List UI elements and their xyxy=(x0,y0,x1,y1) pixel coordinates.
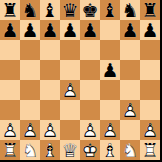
square-b7[interactable]: ♟ xyxy=(20,20,40,40)
piece-black-knight[interactable]: ♞ xyxy=(120,0,140,20)
piece-white-pawn[interactable]: ♟♙ xyxy=(100,120,120,140)
piece-white-queen[interactable]: ♛♕ xyxy=(60,140,80,160)
square-b1[interactable]: ♞♘ xyxy=(20,140,40,160)
piece-white-pawn[interactable]: ♟♙ xyxy=(40,120,60,140)
piece-white-knight[interactable]: ♞♘ xyxy=(20,140,40,160)
white-rook-outline-glyph: ♖ xyxy=(0,140,20,160)
square-c3[interactable] xyxy=(40,100,60,120)
piece-white-pawn[interactable]: ♟♙ xyxy=(60,80,80,100)
white-king-outline-glyph: ♔ xyxy=(80,140,100,160)
piece-white-pawn[interactable]: ♟♙ xyxy=(120,100,140,120)
chess-board: ♜♞♝♛♚♝♞♜♟♟♟♟♟♟♟♟♟♙♟♙♟♙♟♙♟♙♟♙♟♙♟♙♜♖♞♘♝♗♛♕… xyxy=(0,0,160,160)
piece-black-pawn[interactable]: ♟ xyxy=(0,20,20,40)
square-f4[interactable] xyxy=(100,80,120,100)
piece-black-pawn[interactable]: ♟ xyxy=(100,60,120,80)
black-rook-fill-glyph: ♜ xyxy=(140,0,160,20)
black-king-fill-glyph: ♚ xyxy=(80,0,100,20)
white-pawn-outline-glyph: ♙ xyxy=(80,120,100,140)
black-queen-fill-glyph: ♛ xyxy=(60,0,80,20)
square-f6[interactable] xyxy=(100,40,120,60)
piece-black-pawn[interactable]: ♟ xyxy=(20,20,40,40)
square-g5[interactable] xyxy=(120,60,140,80)
black-pawn-fill-glyph: ♟ xyxy=(120,20,140,40)
piece-white-knight[interactable]: ♞♘ xyxy=(120,140,140,160)
square-e5[interactable] xyxy=(80,60,100,80)
square-g8[interactable]: ♞ xyxy=(120,0,140,20)
piece-black-bishop[interactable]: ♝ xyxy=(40,0,60,20)
square-a6[interactable] xyxy=(0,40,20,60)
square-f7[interactable] xyxy=(100,20,120,40)
black-knight-fill-glyph: ♞ xyxy=(120,0,140,20)
piece-black-knight[interactable]: ♞ xyxy=(20,0,40,20)
square-h5[interactable] xyxy=(140,60,160,80)
square-e4[interactable] xyxy=(80,80,100,100)
square-e3[interactable] xyxy=(80,100,100,120)
square-f3[interactable] xyxy=(100,100,120,120)
square-g2[interactable] xyxy=(120,120,140,140)
white-pawn-outline-glyph: ♙ xyxy=(60,80,80,100)
black-pawn-fill-glyph: ♟ xyxy=(140,20,160,40)
square-c7[interactable]: ♟ xyxy=(40,20,60,40)
black-knight-fill-glyph: ♞ xyxy=(20,0,40,20)
black-pawn-fill-glyph: ♟ xyxy=(0,20,20,40)
square-h2[interactable]: ♟♙ xyxy=(140,120,160,140)
piece-black-bishop[interactable]: ♝ xyxy=(100,0,120,20)
square-b4[interactable] xyxy=(20,80,40,100)
piece-black-pawn[interactable]: ♟ xyxy=(60,20,80,40)
piece-black-rook[interactable]: ♜ xyxy=(140,0,160,20)
black-pawn-fill-glyph: ♟ xyxy=(100,60,120,80)
square-e2[interactable]: ♟♙ xyxy=(80,120,100,140)
board-frame: ♜♞♝♛♚♝♞♜♟♟♟♟♟♟♟♟♟♙♟♙♟♙♟♙♟♙♟♙♟♙♟♙♜♖♞♘♝♗♛♕… xyxy=(0,0,162,162)
white-queen-outline-glyph: ♕ xyxy=(60,140,80,160)
piece-black-pawn[interactable]: ♟ xyxy=(120,20,140,40)
square-c4[interactable] xyxy=(40,80,60,100)
piece-black-pawn[interactable]: ♟ xyxy=(80,20,100,40)
square-e6[interactable] xyxy=(80,40,100,60)
white-bishop-outline-glyph: ♗ xyxy=(100,140,120,160)
black-pawn-fill-glyph: ♟ xyxy=(60,20,80,40)
piece-white-rook[interactable]: ♜♖ xyxy=(0,140,20,160)
square-g3[interactable]: ♟♙ xyxy=(120,100,140,120)
white-pawn-outline-glyph: ♙ xyxy=(140,120,160,140)
square-h4[interactable] xyxy=(140,80,160,100)
square-c8[interactable]: ♝ xyxy=(40,0,60,20)
square-b3[interactable] xyxy=(20,100,40,120)
square-d3[interactable] xyxy=(60,100,80,120)
white-bishop-outline-glyph: ♗ xyxy=(40,140,60,160)
white-knight-outline-glyph: ♘ xyxy=(120,140,140,160)
square-a7[interactable]: ♟ xyxy=(0,20,20,40)
piece-white-bishop[interactable]: ♝♗ xyxy=(40,140,60,160)
square-c2[interactable]: ♟♙ xyxy=(40,120,60,140)
square-a8[interactable]: ♜ xyxy=(0,0,20,20)
piece-black-rook[interactable]: ♜ xyxy=(0,0,20,20)
square-a4[interactable] xyxy=(0,80,20,100)
square-d7[interactable]: ♟ xyxy=(60,20,80,40)
white-knight-outline-glyph: ♘ xyxy=(20,140,40,160)
black-rook-fill-glyph: ♜ xyxy=(0,0,20,20)
square-g6[interactable] xyxy=(120,40,140,60)
piece-white-pawn[interactable]: ♟♙ xyxy=(20,120,40,140)
square-a2[interactable]: ♟♙ xyxy=(0,120,20,140)
piece-white-pawn[interactable]: ♟♙ xyxy=(0,120,20,140)
square-b6[interactable] xyxy=(20,40,40,60)
white-pawn-outline-glyph: ♙ xyxy=(40,120,60,140)
square-d1[interactable]: ♛♕ xyxy=(60,140,80,160)
square-c5[interactable] xyxy=(40,60,60,80)
square-h7[interactable]: ♟ xyxy=(140,20,160,40)
piece-white-pawn[interactable]: ♟♙ xyxy=(80,120,100,140)
square-d2[interactable] xyxy=(60,120,80,140)
white-pawn-outline-glyph: ♙ xyxy=(100,120,120,140)
square-h1[interactable]: ♜♖ xyxy=(140,140,160,160)
square-h8[interactable]: ♜ xyxy=(140,0,160,20)
square-b8[interactable]: ♞ xyxy=(20,0,40,20)
black-pawn-fill-glyph: ♟ xyxy=(80,20,100,40)
square-f2[interactable]: ♟♙ xyxy=(100,120,120,140)
piece-white-rook[interactable]: ♜♖ xyxy=(140,140,160,160)
square-h6[interactable] xyxy=(140,40,160,60)
white-pawn-outline-glyph: ♙ xyxy=(120,100,140,120)
square-f1[interactable]: ♝♗ xyxy=(100,140,120,160)
square-a1[interactable]: ♜♖ xyxy=(0,140,20,160)
square-c6[interactable] xyxy=(40,40,60,60)
black-pawn-fill-glyph: ♟ xyxy=(40,20,60,40)
square-f5[interactable]: ♟ xyxy=(100,60,120,80)
square-h3[interactable] xyxy=(140,100,160,120)
white-pawn-outline-glyph: ♙ xyxy=(20,120,40,140)
square-g4[interactable] xyxy=(120,80,140,100)
square-e1[interactable]: ♚♔ xyxy=(80,140,100,160)
black-pawn-fill-glyph: ♟ xyxy=(20,20,40,40)
square-c1[interactable]: ♝♗ xyxy=(40,140,60,160)
square-g7[interactable]: ♟ xyxy=(120,20,140,40)
square-e8[interactable]: ♚ xyxy=(80,0,100,20)
piece-white-king[interactable]: ♚♔ xyxy=(80,140,100,160)
black-bishop-fill-glyph: ♝ xyxy=(40,0,60,20)
piece-white-pawn[interactable]: ♟♙ xyxy=(140,120,160,140)
piece-black-pawn[interactable]: ♟ xyxy=(140,20,160,40)
square-b5[interactable] xyxy=(20,60,40,80)
square-d6[interactable] xyxy=(60,40,80,60)
square-g1[interactable]: ♞♘ xyxy=(120,140,140,160)
piece-black-king[interactable]: ♚ xyxy=(80,0,100,20)
square-b2[interactable]: ♟♙ xyxy=(20,120,40,140)
piece-black-pawn[interactable]: ♟ xyxy=(40,20,60,40)
square-a5[interactable] xyxy=(0,60,20,80)
piece-white-bishop[interactable]: ♝♗ xyxy=(100,140,120,160)
piece-black-queen[interactable]: ♛ xyxy=(60,0,80,20)
square-a3[interactable] xyxy=(0,100,20,120)
square-e7[interactable]: ♟ xyxy=(80,20,100,40)
black-bishop-fill-glyph: ♝ xyxy=(100,0,120,20)
square-d4[interactable]: ♟♙ xyxy=(60,80,80,100)
square-f8[interactable]: ♝ xyxy=(100,0,120,20)
white-pawn-outline-glyph: ♙ xyxy=(0,120,20,140)
square-d8[interactable]: ♛ xyxy=(60,0,80,20)
square-d5[interactable] xyxy=(60,60,80,80)
white-rook-outline-glyph: ♖ xyxy=(140,140,160,160)
